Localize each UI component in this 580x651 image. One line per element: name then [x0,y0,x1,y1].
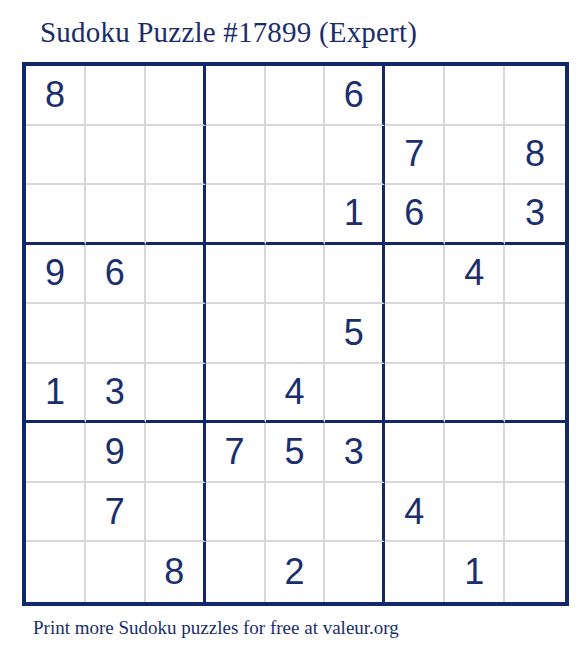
cell-r6c3-empty [146,364,206,424]
cell-r8c4-empty [206,483,266,543]
cell-r7c5-given: 5 [266,423,326,483]
cell-r3c1-empty [26,185,86,245]
cell-r9c7-empty [385,542,445,602]
cell-r5c1-empty [26,304,86,364]
cell-r1c1-given: 8 [26,66,86,126]
cell-r7c4-given: 7 [206,423,266,483]
cell-r1c4-empty [206,66,266,126]
cell-r4c8-given: 4 [445,245,505,305]
cell-r3c2-empty [86,185,146,245]
cell-r2c3-empty [146,126,206,186]
cell-r1c2-empty [86,66,146,126]
cell-r6c9-empty [505,364,565,424]
cell-r6c5-given: 4 [266,364,326,424]
cell-r1c7-empty [385,66,445,126]
footer-text: Print more Sudoku puzzles for free at va… [33,617,399,639]
page-title: Sudoku Puzzle #17899 (Expert) [40,16,417,49]
cell-r7c1-empty [26,423,86,483]
cell-r3c4-empty [206,185,266,245]
cell-r1c5-empty [266,66,326,126]
cell-r5c8-empty [445,304,505,364]
cell-r4c7-empty [385,245,445,305]
cell-r7c6-given: 3 [325,423,385,483]
cell-r8c2-given: 7 [86,483,146,543]
cell-r5c9-empty [505,304,565,364]
cell-r8c1-empty [26,483,86,543]
cell-r7c3-empty [146,423,206,483]
cell-r8c7-given: 4 [385,483,445,543]
cell-r3c6-given: 1 [325,185,385,245]
cell-r1c6-given: 6 [325,66,385,126]
cell-r6c2-given: 3 [86,364,146,424]
cell-r4c4-empty [206,245,266,305]
cell-r7c2-given: 9 [86,423,146,483]
cell-r8c8-empty [445,483,505,543]
cell-r5c5-empty [266,304,326,364]
cell-r7c9-empty [505,423,565,483]
cell-r7c7-empty [385,423,445,483]
cell-r4c6-empty [325,245,385,305]
cell-r6c1-given: 1 [26,364,86,424]
cell-r9c1-empty [26,542,86,602]
cell-r4c3-empty [146,245,206,305]
cell-r5c4-empty [206,304,266,364]
cell-r6c6-empty [325,364,385,424]
cell-r3c9-given: 3 [505,185,565,245]
cell-r7c8-empty [445,423,505,483]
cell-r9c5-given: 2 [266,542,326,602]
cell-r1c8-empty [445,66,505,126]
cell-r2c7-given: 7 [385,126,445,186]
cell-r9c6-empty [325,542,385,602]
cell-r9c8-given: 1 [445,542,505,602]
cell-r1c9-empty [505,66,565,126]
cell-r6c8-empty [445,364,505,424]
cell-r1c3-empty [146,66,206,126]
cell-r3c8-empty [445,185,505,245]
cell-r2c2-empty [86,126,146,186]
sudoku-board: 86781639645134975374821 [22,62,569,606]
cell-r8c9-empty [505,483,565,543]
cell-r2c5-empty [266,126,326,186]
cell-r2c6-empty [325,126,385,186]
cell-r2c1-empty [26,126,86,186]
cell-r6c7-empty [385,364,445,424]
cell-r9c2-empty [86,542,146,602]
cell-r3c5-empty [266,185,326,245]
cell-r8c5-empty [266,483,326,543]
cell-r4c2-given: 6 [86,245,146,305]
cell-r5c2-empty [86,304,146,364]
cell-r8c3-empty [146,483,206,543]
cell-r5c7-empty [385,304,445,364]
cell-r8c6-empty [325,483,385,543]
cell-r3c7-given: 6 [385,185,445,245]
cell-r9c3-given: 8 [146,542,206,602]
cell-r9c9-empty [505,542,565,602]
cell-r2c4-empty [206,126,266,186]
cell-r6c4-empty [206,364,266,424]
cell-r4c5-empty [266,245,326,305]
cell-r4c9-empty [505,245,565,305]
cell-r4c1-given: 9 [26,245,86,305]
cell-r3c3-empty [146,185,206,245]
cell-r5c3-empty [146,304,206,364]
cell-r5c6-given: 5 [325,304,385,364]
cell-r9c4-empty [206,542,266,602]
cell-r2c8-empty [445,126,505,186]
cell-r2c9-given: 8 [505,126,565,186]
